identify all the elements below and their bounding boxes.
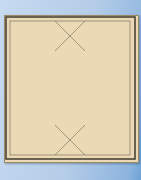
xiangqi-app [0,0,141,180]
board-grid [0,0,141,180]
xiangqi-board[interactable] [0,0,141,180]
